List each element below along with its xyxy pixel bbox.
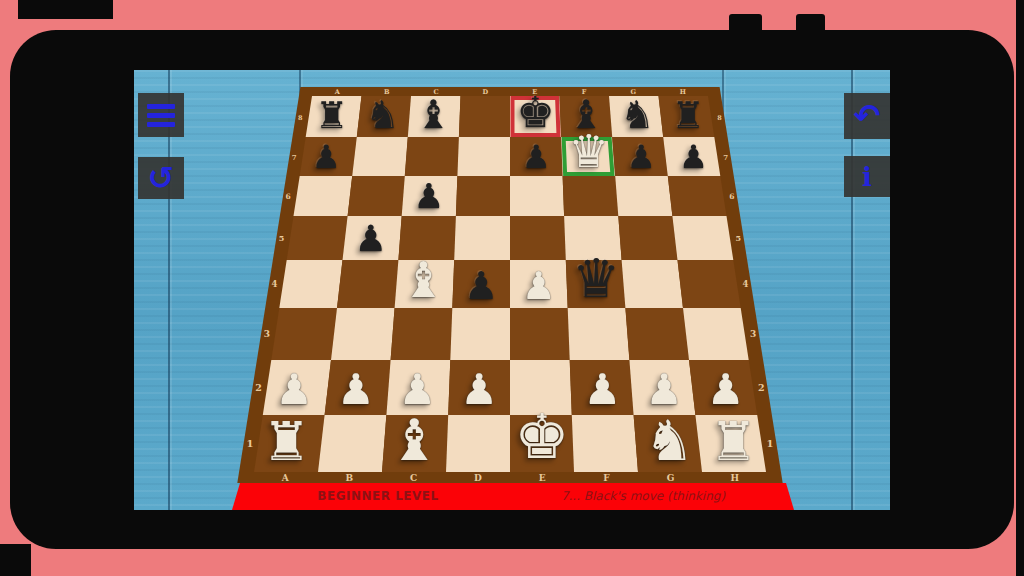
piece-black-bishop-c8[interactable]: ♝ xyxy=(416,95,451,134)
square-g4[interactable] xyxy=(622,260,683,308)
hamburger-menu-icon xyxy=(147,113,175,118)
piece-black-rook-h8[interactable]: ♜ xyxy=(672,98,705,135)
square-a4[interactable] xyxy=(279,260,342,308)
square-g6[interactable] xyxy=(615,176,672,216)
square-g3[interactable] xyxy=(625,308,689,360)
undo-arrow-icon: ↶ xyxy=(854,97,881,135)
square-f6[interactable] xyxy=(563,176,619,216)
square-b3[interactable] xyxy=(331,308,395,360)
piece-black-pawn-a7[interactable]: ♟ xyxy=(312,141,341,173)
coordinate-label: 8 xyxy=(717,114,722,122)
piece-black-pawn-d4[interactable]: ♟ xyxy=(464,267,498,305)
menu-button[interactable] xyxy=(138,93,184,137)
square-a5[interactable] xyxy=(287,216,348,260)
square-d3[interactable] xyxy=(450,308,510,360)
move-status-label: 7... Black's move (thinking) xyxy=(561,489,725,503)
square-e6[interactable] xyxy=(510,176,564,216)
piece-black-pawn-c6[interactable]: ♟ xyxy=(414,179,445,213)
piece-white-pawn-f2[interactable]: ♟ xyxy=(583,369,621,411)
square-h4[interactable] xyxy=(678,260,741,308)
coordinate-label: 6 xyxy=(729,192,734,201)
square-d7[interactable] xyxy=(457,137,510,176)
coordinate-label: 1 xyxy=(246,438,253,449)
square-g5[interactable] xyxy=(618,216,677,260)
coordinate-label: 1 xyxy=(767,438,774,449)
piece-black-queen-f4[interactable]: ♛ xyxy=(572,252,620,305)
hamburger-menu-icon xyxy=(147,104,175,109)
restart-rotate-icon: ↺ xyxy=(148,159,175,197)
square-c7[interactable] xyxy=(405,137,459,176)
coordinate-label: 4 xyxy=(272,279,278,289)
piece-white-pawn-a2[interactable]: ♟ xyxy=(275,369,313,411)
square-e5[interactable] xyxy=(510,216,566,260)
coordinate-label: E xyxy=(539,473,546,483)
square-a3[interactable] xyxy=(271,308,337,360)
piece-white-pawn-c2[interactable]: ♟ xyxy=(399,369,437,411)
square-d5[interactable] xyxy=(454,216,510,260)
piece-white-pawn-g2[interactable]: ♟ xyxy=(645,369,683,411)
decor-black-strip-right xyxy=(1016,0,1024,576)
coordinate-label: 5 xyxy=(279,233,285,243)
piece-white-rook-a1[interactable]: ♜ xyxy=(263,415,311,469)
coordinate-label: 4 xyxy=(743,279,749,289)
square-h6[interactable] xyxy=(668,176,727,216)
coordinate-label: D xyxy=(483,88,489,96)
info-icon: i xyxy=(862,162,872,192)
square-f1[interactable] xyxy=(572,415,638,472)
coordinate-label: A xyxy=(281,473,290,483)
hamburger-menu-icon xyxy=(147,122,175,127)
piece-black-pawn-e7[interactable]: ♟ xyxy=(522,141,551,173)
piece-black-knight-g8[interactable]: ♞ xyxy=(620,96,654,134)
coordinate-label: C xyxy=(410,473,417,483)
coordinate-label: B xyxy=(346,473,354,483)
coordinate-label: 2 xyxy=(255,382,262,393)
square-b1[interactable] xyxy=(318,415,386,472)
piece-white-queen-f7[interactable]: ♛ xyxy=(568,129,608,174)
square-b4[interactable] xyxy=(337,260,398,308)
piece-white-king-e1[interactable]: ♚ xyxy=(514,407,569,469)
piece-white-knight-g1[interactable]: ♞ xyxy=(645,413,695,469)
square-e3[interactable] xyxy=(510,308,570,360)
restart-button[interactable]: ↺ xyxy=(138,157,184,199)
piece-black-rook-a8[interactable]: ♜ xyxy=(315,98,348,135)
piece-white-pawn-d2[interactable]: ♟ xyxy=(460,369,498,411)
square-h5[interactable] xyxy=(672,216,733,260)
square-h3[interactable] xyxy=(683,308,749,360)
coordinate-label: F xyxy=(603,473,610,483)
square-f3[interactable] xyxy=(568,308,630,360)
square-b7[interactable] xyxy=(352,137,408,176)
level-label: BEGINNER LEVEL xyxy=(317,489,438,503)
decor-black-bar-top-left xyxy=(18,0,113,19)
piece-white-pawn-b2[interactable]: ♟ xyxy=(337,369,375,411)
coordinate-label: G xyxy=(667,473,675,483)
piece-white-rook-h1[interactable]: ♜ xyxy=(709,415,757,469)
piece-black-king-e8[interactable]: ♚ xyxy=(516,92,554,134)
piece-white-pawn-h2[interactable]: ♟ xyxy=(707,369,745,411)
status-bar: BEGINNER LEVEL 7... Black's move (thinki… xyxy=(224,483,802,510)
piece-black-knight-b8[interactable]: ♞ xyxy=(365,96,399,134)
info-button[interactable]: i xyxy=(844,156,890,197)
coordinate-label: 3 xyxy=(750,329,756,339)
page: { "game": "chess", "theme": { "backgroun… xyxy=(0,0,1024,576)
piece-black-pawn-g7[interactable]: ♟ xyxy=(627,141,656,173)
coordinate-label: 3 xyxy=(264,329,270,339)
piece-black-pawn-h7[interactable]: ♟ xyxy=(679,141,708,173)
square-c3[interactable] xyxy=(391,308,453,360)
coordinate-label: 7 xyxy=(723,153,728,162)
coordinate-label: 5 xyxy=(736,233,742,243)
coordinate-label: 2 xyxy=(758,382,765,393)
square-a6[interactable] xyxy=(294,176,353,216)
coordinate-label: 8 xyxy=(298,114,303,122)
square-b6[interactable] xyxy=(348,176,405,216)
coordinate-label: 6 xyxy=(286,192,291,201)
phone-frame: 8877665544332211AABBCCDDEEFFGGHH ♜♞♝♚♝♞♜… xyxy=(10,30,1014,549)
piece-white-bishop-c4[interactable]: ♝ xyxy=(402,256,446,305)
piece-white-pawn-e4[interactable]: ♟ xyxy=(522,267,556,305)
square-d8[interactable] xyxy=(459,96,510,137)
coordinate-label: 7 xyxy=(292,153,297,162)
game-screen: 8877665544332211AABBCCDDEEFFGGHH ♜♞♝♚♝♞♜… xyxy=(134,70,890,510)
piece-white-bishop-c1[interactable]: ♝ xyxy=(389,412,440,469)
undo-button[interactable]: ↶ xyxy=(844,93,890,139)
square-d6[interactable] xyxy=(456,176,510,216)
decor-black-block-bottom-left xyxy=(0,544,31,576)
coordinate-label: H xyxy=(731,473,740,483)
chess-board: 8877665544332211AABBCCDDEEFFGGHH xyxy=(134,70,890,510)
piece-black-pawn-b5[interactable]: ♟ xyxy=(354,221,387,257)
square-d1[interactable] xyxy=(446,415,510,472)
coordinate-label: D xyxy=(474,473,482,483)
